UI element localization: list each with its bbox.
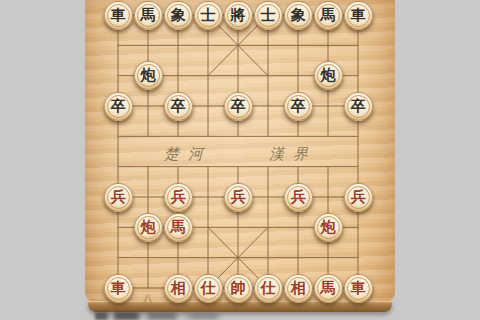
piece-glyph: 卒 [231, 99, 246, 114]
piece-red-advisor[interactable]: 仕 [194, 274, 223, 303]
piece-glyph: 象 [171, 8, 186, 23]
piece-glyph: 兵 [231, 190, 246, 205]
piece-black-horse[interactable]: 馬 [314, 1, 343, 30]
piece-glyph: 馬 [141, 8, 156, 23]
piece-black-horse[interactable]: 馬 [134, 1, 163, 30]
piece-red-soldier[interactable]: 兵 [164, 183, 193, 212]
piece-red-general[interactable]: 帥 [224, 274, 253, 303]
piece-red-horse[interactable]: 馬 [314, 274, 343, 303]
piece-glyph: 兵 [111, 190, 126, 205]
piece-black-soldier[interactable]: 卒 [164, 92, 193, 121]
piece-black-elephant[interactable]: 象 [284, 1, 313, 30]
piece-glyph: 相 [291, 281, 306, 296]
piece-glyph: 卒 [291, 99, 306, 114]
piece-black-advisor[interactable]: 士 [194, 1, 223, 30]
piece-glyph: 車 [111, 281, 126, 296]
piece-glyph: 兵 [351, 190, 366, 205]
piece-black-cannon[interactable]: 炮 [314, 61, 343, 90]
piece-red-soldier[interactable]: 兵 [104, 183, 133, 212]
piece-glyph: 炮 [321, 220, 336, 235]
piece-red-elephant[interactable]: 相 [284, 274, 313, 303]
piece-glyph: 炮 [141, 68, 156, 83]
piece-glyph: 卒 [351, 99, 366, 114]
piece-glyph: 卒 [111, 99, 126, 114]
piece-glyph: 相 [171, 281, 186, 296]
piece-glyph: 兵 [291, 190, 306, 205]
piece-glyph: 馬 [321, 8, 336, 23]
piece-glyph: 仕 [261, 281, 276, 296]
piece-black-general[interactable]: 將 [224, 1, 253, 30]
piece-black-soldier[interactable]: 卒 [344, 92, 373, 121]
xiangqi-board[interactable]: 楚河 漢界 九八七六五四三二一 車馬象士將士象馬車炮炮卒卒卒卒卒兵兵兵兵兵炮馬炮… [85, 0, 395, 311]
piece-red-chariot[interactable]: 車 [104, 274, 133, 303]
piece-red-cannon[interactable]: 炮 [134, 213, 163, 242]
piece-glyph: 炮 [321, 68, 336, 83]
piece-red-elephant[interactable]: 相 [164, 274, 193, 303]
piece-glyph: 炮 [141, 220, 156, 235]
piece-glyph: 馬 [171, 220, 186, 235]
piece-red-horse[interactable]: 馬 [164, 213, 193, 242]
piece-black-soldier[interactable]: 卒 [104, 92, 133, 121]
pieces-grid[interactable]: 車馬象士將士象馬車炮炮卒卒卒卒卒兵兵兵兵兵炮馬炮車相仕帥仕相馬車 [103, 0, 373, 304]
bottom-cutoff-content [95, 312, 240, 320]
piece-black-chariot[interactable]: 車 [104, 1, 133, 30]
piece-glyph: 士 [201, 8, 216, 23]
piece-black-elephant[interactable]: 象 [164, 1, 193, 30]
piece-black-soldier[interactable]: 卒 [284, 92, 313, 121]
piece-red-advisor[interactable]: 仕 [254, 274, 283, 303]
piece-glyph: 卒 [171, 99, 186, 114]
piece-red-soldier[interactable]: 兵 [344, 183, 373, 212]
piece-glyph: 仕 [201, 281, 216, 296]
piece-red-soldier[interactable]: 兵 [284, 183, 313, 212]
piece-glyph: 車 [351, 8, 366, 23]
piece-red-chariot[interactable]: 車 [344, 274, 373, 303]
piece-glyph: 將 [231, 8, 246, 23]
piece-glyph: 帥 [231, 281, 246, 296]
piece-red-cannon[interactable]: 炮 [314, 213, 343, 242]
piece-black-advisor[interactable]: 士 [254, 1, 283, 30]
piece-glyph: 車 [351, 281, 366, 296]
piece-black-chariot[interactable]: 車 [344, 1, 373, 30]
piece-black-cannon[interactable]: 炮 [134, 61, 163, 90]
piece-glyph: 士 [261, 8, 276, 23]
piece-red-soldier[interactable]: 兵 [224, 183, 253, 212]
piece-glyph: 象 [291, 8, 306, 23]
piece-black-soldier[interactable]: 卒 [224, 92, 253, 121]
piece-glyph: 兵 [171, 190, 186, 205]
piece-glyph: 車 [111, 8, 126, 23]
piece-glyph: 馬 [321, 281, 336, 296]
